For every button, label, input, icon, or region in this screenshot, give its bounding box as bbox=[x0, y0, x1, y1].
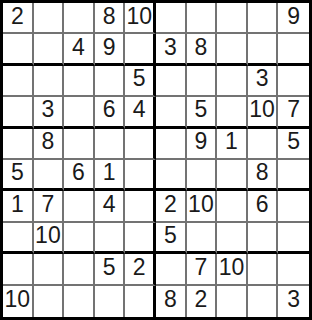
cell-r9c8: 10 bbox=[217, 254, 248, 285]
cell-r3c6[interactable] bbox=[156, 66, 187, 97]
cell-r6c1: 5 bbox=[3, 160, 34, 191]
cell-r5c10: 5 bbox=[278, 129, 309, 160]
cell-r9c1[interactable] bbox=[3, 254, 34, 285]
cell-r3c10[interactable] bbox=[278, 66, 309, 97]
cell-r5c7: 9 bbox=[187, 129, 218, 160]
cell-r4c7: 5 bbox=[187, 97, 218, 128]
cell-r5c5[interactable] bbox=[125, 129, 156, 160]
cell-r3c8[interactable] bbox=[217, 66, 248, 97]
cell-r2c3: 4 bbox=[64, 34, 95, 65]
cell-r10c1: 10 bbox=[3, 286, 34, 317]
cell-r4c9: 10 bbox=[248, 97, 279, 128]
cell-r3c5: 5 bbox=[125, 66, 156, 97]
cell-r10c8[interactable] bbox=[217, 286, 248, 317]
cell-r2c2[interactable] bbox=[34, 34, 65, 65]
cell-r10c3[interactable] bbox=[64, 286, 95, 317]
cell-r1c5: 10 bbox=[125, 3, 156, 34]
cell-r6c2[interactable] bbox=[34, 160, 65, 191]
cell-r7c10[interactable] bbox=[278, 191, 309, 222]
cell-r3c7[interactable] bbox=[187, 66, 218, 97]
cell-r6c5[interactable] bbox=[125, 160, 156, 191]
cell-r7c5[interactable] bbox=[125, 191, 156, 222]
cell-r6c8[interactable] bbox=[217, 160, 248, 191]
cell-r2c7: 8 bbox=[187, 34, 218, 65]
cell-r7c2: 7 bbox=[34, 191, 65, 222]
cell-r7c8[interactable] bbox=[217, 191, 248, 222]
cell-r2c6: 3 bbox=[156, 34, 187, 65]
cell-r5c4[interactable] bbox=[95, 129, 126, 160]
cell-r8c6: 5 bbox=[156, 223, 187, 254]
cell-r3c9: 3 bbox=[248, 66, 279, 97]
cell-r7c4: 4 bbox=[95, 191, 126, 222]
cell-r2c1[interactable] bbox=[3, 34, 34, 65]
cell-r10c2[interactable] bbox=[34, 286, 65, 317]
cell-r9c6[interactable] bbox=[156, 254, 187, 285]
cell-r1c10: 9 bbox=[278, 3, 309, 34]
cell-r4c5: 4 bbox=[125, 97, 156, 128]
cell-r5c2: 8 bbox=[34, 129, 65, 160]
cell-r8c4[interactable] bbox=[95, 223, 126, 254]
cell-r5c6[interactable] bbox=[156, 129, 187, 160]
cell-r2c9[interactable] bbox=[248, 34, 279, 65]
cell-r5c8: 1 bbox=[217, 129, 248, 160]
cell-r1c7[interactable] bbox=[187, 3, 218, 34]
cell-r1c2[interactable] bbox=[34, 3, 65, 34]
cell-r2c4: 9 bbox=[95, 34, 126, 65]
cell-r8c1[interactable] bbox=[3, 223, 34, 254]
cell-r9c7: 7 bbox=[187, 254, 218, 285]
cell-r8c9[interactable] bbox=[248, 223, 279, 254]
cell-r5c3[interactable] bbox=[64, 129, 95, 160]
cell-r6c7[interactable] bbox=[187, 160, 218, 191]
cell-r6c3: 6 bbox=[64, 160, 95, 191]
cell-r8c3[interactable] bbox=[64, 223, 95, 254]
cell-r1c4: 8 bbox=[95, 3, 126, 34]
sudoku-board: 2810949385336451078915561817421061055271… bbox=[0, 0, 312, 320]
cell-r7c6: 2 bbox=[156, 191, 187, 222]
cell-r7c9: 6 bbox=[248, 191, 279, 222]
cell-r9c4: 5 bbox=[95, 254, 126, 285]
cell-r4c8[interactable] bbox=[217, 97, 248, 128]
cell-r1c6[interactable] bbox=[156, 3, 187, 34]
cell-r2c10[interactable] bbox=[278, 34, 309, 65]
cell-r5c1[interactable] bbox=[3, 129, 34, 160]
cell-r10c5[interactable] bbox=[125, 286, 156, 317]
cell-r3c1[interactable] bbox=[3, 66, 34, 97]
cell-r4c2: 3 bbox=[34, 97, 65, 128]
cell-r8c8[interactable] bbox=[217, 223, 248, 254]
cell-r7c1: 1 bbox=[3, 191, 34, 222]
cell-r1c1: 2 bbox=[3, 3, 34, 34]
cell-r4c6[interactable] bbox=[156, 97, 187, 128]
cell-r3c4[interactable] bbox=[95, 66, 126, 97]
cell-r8c7[interactable] bbox=[187, 223, 218, 254]
cell-r4c10: 7 bbox=[278, 97, 309, 128]
cell-r9c10[interactable] bbox=[278, 254, 309, 285]
cell-r4c1[interactable] bbox=[3, 97, 34, 128]
cell-r10c10: 3 bbox=[278, 286, 309, 317]
cell-r2c8[interactable] bbox=[217, 34, 248, 65]
cell-r7c7: 10 bbox=[187, 191, 218, 222]
cell-r6c10[interactable] bbox=[278, 160, 309, 191]
cell-r9c3[interactable] bbox=[64, 254, 95, 285]
cell-r8c10[interactable] bbox=[278, 223, 309, 254]
cell-r7c3[interactable] bbox=[64, 191, 95, 222]
cell-r3c3[interactable] bbox=[64, 66, 95, 97]
cell-r10c4[interactable] bbox=[95, 286, 126, 317]
cell-r9c5: 2 bbox=[125, 254, 156, 285]
cell-r9c9[interactable] bbox=[248, 254, 279, 285]
cell-r5c9[interactable] bbox=[248, 129, 279, 160]
cell-r9c2[interactable] bbox=[34, 254, 65, 285]
cell-r10c6: 8 bbox=[156, 286, 187, 317]
cell-r4c4: 6 bbox=[95, 97, 126, 128]
cell-r2c5[interactable] bbox=[125, 34, 156, 65]
cell-r1c8[interactable] bbox=[217, 3, 248, 34]
cell-r10c7: 2 bbox=[187, 286, 218, 317]
cell-r4c3[interactable] bbox=[64, 97, 95, 128]
cell-r1c3[interactable] bbox=[64, 3, 95, 34]
cell-r8c2: 10 bbox=[34, 223, 65, 254]
cell-r3c2[interactable] bbox=[34, 66, 65, 97]
cell-r1c9[interactable] bbox=[248, 3, 279, 34]
cell-r6c9: 8 bbox=[248, 160, 279, 191]
cell-r10c9[interactable] bbox=[248, 286, 279, 317]
cell-r8c5[interactable] bbox=[125, 223, 156, 254]
cell-r6c4: 1 bbox=[95, 160, 126, 191]
cell-r6c6[interactable] bbox=[156, 160, 187, 191]
